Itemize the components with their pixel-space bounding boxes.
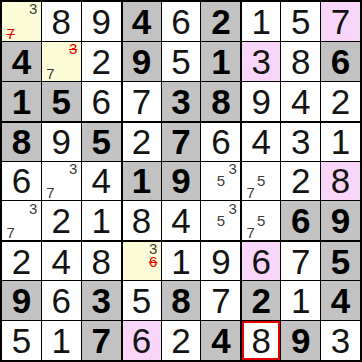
solved-digit: 9 bbox=[211, 244, 230, 279]
cell-r3c2[interactable]: 5 bbox=[42, 82, 81, 121]
solved-digit: 6 bbox=[211, 124, 230, 159]
cell-r3c4[interactable]: 7 bbox=[122, 82, 161, 121]
cell-r9c6[interactable]: 4 bbox=[201, 321, 240, 360]
cell-r4c5[interactable]: 7 bbox=[162, 122, 201, 161]
cell-r7c8[interactable]: 7 bbox=[281, 241, 320, 280]
cell-r7c1[interactable]: 2 bbox=[2, 241, 41, 280]
cell-r6c9[interactable]: 9 bbox=[321, 201, 360, 240]
cell-r8c2[interactable]: 6 bbox=[42, 281, 81, 320]
cell-r4c6[interactable]: 6 bbox=[201, 122, 240, 161]
cell-r1c1[interactable]: 37 bbox=[2, 2, 41, 41]
given-digit: 4 bbox=[132, 4, 151, 39]
cell-r4c3[interactable]: 5 bbox=[82, 122, 121, 161]
solved-digit: 7 bbox=[132, 84, 151, 119]
cell-r7c3[interactable]: 8 bbox=[82, 241, 121, 280]
cell-r3c6[interactable]: 8 bbox=[201, 82, 240, 121]
cell-r6c4[interactable]: 8 bbox=[122, 201, 161, 240]
solved-digit: 6 bbox=[52, 283, 71, 318]
solved-digit: 9 bbox=[52, 124, 71, 159]
cell-r3c1[interactable]: 1 bbox=[2, 82, 41, 121]
cell-r1c8[interactable]: 5 bbox=[281, 2, 320, 41]
solved-digit: 1 bbox=[171, 244, 190, 279]
given-digit: 9 bbox=[12, 283, 31, 318]
cell-r1c5[interactable]: 6 bbox=[162, 2, 201, 41]
solved-digit: 2 bbox=[12, 244, 31, 279]
solved-digit: 2 bbox=[171, 323, 190, 358]
given-digit: 1 bbox=[211, 44, 230, 79]
solved-digit: 5 bbox=[291, 4, 310, 39]
solved-digit: 8 bbox=[52, 4, 71, 39]
sudoku-board: 3789462157437295138615673894289527643163… bbox=[0, 0, 362, 362]
cell-r7c6[interactable]: 9 bbox=[201, 241, 240, 280]
cell-r5c6[interactable]: 35 bbox=[201, 162, 240, 201]
solved-digit: 6 bbox=[12, 163, 31, 198]
pencil-mark-eliminated: 7 bbox=[4, 27, 17, 40]
solved-digit: 1 bbox=[252, 4, 271, 39]
solved-digit: 5 bbox=[12, 323, 31, 358]
solved-digit: 6 bbox=[91, 84, 110, 119]
cell-r1c2[interactable]: 8 bbox=[42, 2, 81, 41]
cell-r5c9[interactable]: 8 bbox=[321, 162, 360, 201]
cell-r4c8[interactable]: 3 bbox=[281, 122, 320, 161]
cell-r1c6[interactable]: 2 bbox=[201, 2, 240, 41]
cell-r3c5[interactable]: 3 bbox=[162, 82, 201, 121]
cell-r9c8[interactable]: 9 bbox=[281, 321, 320, 360]
cell-r9c1[interactable]: 5 bbox=[2, 321, 41, 360]
given-digit: 8 bbox=[211, 84, 230, 119]
solved-digit: 1 bbox=[91, 203, 110, 238]
cell-r6c8[interactable]: 6 bbox=[281, 201, 320, 240]
solved-digit: 1 bbox=[52, 323, 71, 358]
cell-r9c9[interactable]: 3 bbox=[321, 321, 360, 360]
pencil-mark: 7 bbox=[244, 186, 257, 199]
cell-r3c7[interactable]: 9 bbox=[241, 82, 280, 121]
cell-r2c1[interactable]: 4 bbox=[2, 42, 41, 81]
solved-digit: 8 bbox=[291, 44, 310, 79]
solved-digit: 7 bbox=[291, 244, 310, 279]
solved-digit: 8 bbox=[132, 203, 151, 238]
solved-digit: 7 bbox=[211, 283, 230, 318]
pencil-mark-eliminated: 6 bbox=[147, 255, 160, 268]
given-digit: 3 bbox=[171, 84, 190, 119]
solved-digit: 1 bbox=[331, 124, 350, 159]
given-digit: 6 bbox=[331, 44, 350, 79]
solved-digit: 6 bbox=[171, 4, 190, 39]
cell-r4c4[interactable]: 2 bbox=[122, 122, 161, 161]
solved-digit: 3 bbox=[291, 124, 310, 159]
cell-r8c4[interactable]: 5 bbox=[122, 281, 161, 320]
cell-r2c8[interactable]: 8 bbox=[281, 42, 320, 81]
cell-r1c9[interactable]: 7 bbox=[321, 2, 360, 41]
solved-digit: 2 bbox=[331, 84, 350, 119]
pencil-mark: 7 bbox=[4, 226, 17, 239]
cell-r1c3[interactable]: 9 bbox=[82, 2, 121, 41]
cell-r2c4[interactable]: 9 bbox=[122, 42, 161, 81]
solved-digit: 9 bbox=[91, 4, 110, 39]
cell-r2c6[interactable]: 1 bbox=[201, 42, 240, 81]
solved-digit: 3 bbox=[331, 323, 350, 358]
given-digit: 5 bbox=[331, 244, 350, 279]
pencil-mark: 7 bbox=[244, 226, 257, 239]
given-digit: 9 bbox=[171, 163, 190, 198]
cell-r1c4[interactable]: 4 bbox=[122, 2, 161, 41]
cell-r8c8[interactable]: 1 bbox=[281, 281, 320, 320]
solved-digit: 6 bbox=[132, 323, 151, 358]
cell-r7c5[interactable]: 1 bbox=[162, 241, 201, 280]
solved-digit: 4 bbox=[171, 203, 190, 238]
cell-r9c5[interactable]: 2 bbox=[162, 321, 201, 360]
cell-r2c5[interactable]: 5 bbox=[162, 42, 201, 81]
cell-r4c9[interactable]: 1 bbox=[321, 122, 360, 161]
cell-r9c3[interactable]: 7 bbox=[82, 321, 121, 360]
given-digit: 6 bbox=[291, 203, 310, 238]
cell-r6c3[interactable]: 1 bbox=[82, 201, 121, 240]
cell-r2c9[interactable]: 6 bbox=[321, 42, 360, 81]
cell-r7c2[interactable]: 4 bbox=[42, 241, 81, 280]
cell-r8c7[interactable]: 2 bbox=[241, 281, 280, 320]
pencil-mark: 5 bbox=[214, 214, 227, 227]
solved-digit: 2 bbox=[291, 163, 310, 198]
given-digit: 4 bbox=[211, 323, 230, 358]
given-digit: 9 bbox=[291, 323, 310, 358]
cell-r5c1[interactable]: 6 bbox=[2, 162, 41, 201]
cell-r3c8[interactable]: 4 bbox=[281, 82, 320, 121]
cell-r7c4[interactable]: 36 bbox=[122, 241, 161, 280]
given-digit: 3 bbox=[91, 283, 110, 318]
given-digit: 1 bbox=[132, 163, 151, 198]
solved-digit: 4 bbox=[52, 244, 71, 279]
solved-digit: 2 bbox=[91, 44, 110, 79]
cell-r5c2[interactable]: 37 bbox=[42, 162, 81, 201]
given-digit: 9 bbox=[331, 203, 350, 238]
cell-r6c6[interactable]: 35 bbox=[201, 201, 240, 240]
cell-r8c6[interactable]: 7 bbox=[201, 281, 240, 320]
solved-digit: 8 bbox=[252, 323, 271, 358]
given-digit: 8 bbox=[171, 283, 190, 318]
solved-digit: 5 bbox=[132, 283, 151, 318]
given-digit: 2 bbox=[211, 4, 230, 39]
cell-r1c7[interactable]: 1 bbox=[241, 2, 280, 41]
cell-r4c7[interactable]: 4 bbox=[241, 122, 280, 161]
given-digit: 1 bbox=[12, 84, 31, 119]
pencil-mark: 3 bbox=[27, 201, 40, 214]
given-digit: 5 bbox=[91, 124, 110, 159]
given-digit: 4 bbox=[331, 283, 350, 318]
cell-r6c1[interactable]: 37 bbox=[2, 201, 41, 240]
solved-digit: 8 bbox=[91, 244, 110, 279]
solved-digit: 3 bbox=[252, 44, 271, 79]
solved-digit: 9 bbox=[252, 84, 271, 119]
given-digit: 4 bbox=[12, 44, 31, 79]
given-digit: 2 bbox=[252, 283, 271, 318]
cell-r6c7[interactable]: 57 bbox=[241, 201, 280, 240]
solved-digit: 8 bbox=[331, 163, 350, 198]
pencil-mark: 5 bbox=[214, 174, 227, 187]
given-digit: 7 bbox=[171, 124, 190, 159]
cell-r3c3[interactable]: 6 bbox=[82, 82, 121, 121]
cell-r5c4[interactable]: 1 bbox=[122, 162, 161, 201]
solved-digit: 4 bbox=[91, 163, 110, 198]
cell-r2c7[interactable]: 3 bbox=[241, 42, 280, 81]
cell-r8c1[interactable]: 9 bbox=[2, 281, 41, 320]
pencil-mark: 3 bbox=[27, 2, 40, 15]
cell-r9c4[interactable]: 6 bbox=[122, 321, 161, 360]
cell-r7c9[interactable]: 5 bbox=[321, 241, 360, 280]
cell-r6c5[interactable]: 4 bbox=[162, 201, 201, 240]
pencil-mark: 3 bbox=[226, 201, 239, 214]
cell-r4c2[interactable]: 9 bbox=[42, 122, 81, 161]
cell-r9c2[interactable]: 1 bbox=[42, 321, 81, 360]
solved-digit: 2 bbox=[132, 124, 151, 159]
solved-digit: 4 bbox=[291, 84, 310, 119]
cell-r4c1[interactable]: 8 bbox=[2, 122, 41, 161]
solved-digit: 7 bbox=[331, 4, 350, 39]
solved-digit: 5 bbox=[171, 44, 190, 79]
cell-r2c3[interactable]: 2 bbox=[82, 42, 121, 81]
pencil-mark-eliminated: 3 bbox=[67, 42, 80, 55]
solved-digit: 6 bbox=[252, 244, 271, 279]
cell-r7c7[interactable]: 6 bbox=[241, 241, 280, 280]
cell-r5c8[interactable]: 2 bbox=[281, 162, 320, 201]
cell-r6c2[interactable]: 2 bbox=[42, 201, 81, 240]
cell-r8c9[interactable]: 4 bbox=[321, 281, 360, 320]
cell-r5c3[interactable]: 4 bbox=[82, 162, 121, 201]
pencil-mark: 3 bbox=[226, 162, 239, 175]
pencil-mark: 3 bbox=[67, 162, 80, 175]
solved-digit: 4 bbox=[252, 124, 271, 159]
cell-r5c5[interactable]: 9 bbox=[162, 162, 201, 201]
cell-r8c5[interactable]: 8 bbox=[162, 281, 201, 320]
cell-r5c7[interactable]: 57 bbox=[241, 162, 280, 201]
cell-r9c7-selected[interactable]: 8 bbox=[241, 321, 280, 360]
cell-r2c2[interactable]: 37 bbox=[42, 42, 81, 81]
given-digit: 5 bbox=[52, 84, 71, 119]
pencil-mark: 7 bbox=[44, 67, 57, 80]
cell-r8c3[interactable]: 3 bbox=[82, 281, 121, 320]
solved-digit: 1 bbox=[291, 283, 310, 318]
given-digit: 9 bbox=[132, 44, 151, 79]
solved-digit: 2 bbox=[52, 203, 71, 238]
cell-r3c9[interactable]: 2 bbox=[321, 82, 360, 121]
given-digit: 8 bbox=[12, 124, 31, 159]
pencil-mark: 7 bbox=[44, 186, 57, 199]
given-digit: 7 bbox=[91, 323, 110, 358]
